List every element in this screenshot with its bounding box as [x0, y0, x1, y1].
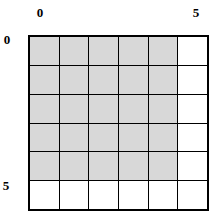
grid-cell-r2c1 — [60, 95, 89, 123]
row-index-label-start: 0 — [4, 33, 11, 46]
grid-cell-r0c5 — [178, 37, 207, 65]
grid-cell-r1c1 — [60, 66, 89, 94]
grid-cell-r2c2 — [89, 95, 118, 123]
grid-cell-r1c5 — [178, 66, 207, 94]
grid-cell-r4c5 — [178, 152, 207, 180]
grid-cell-r4c4 — [149, 152, 178, 180]
grid-cell-r5c0 — [30, 181, 59, 209]
grid-cell-r4c2 — [89, 152, 118, 180]
grid-cell-r1c0 — [30, 66, 59, 94]
grid-cell-r1c3 — [119, 66, 148, 94]
grid-cell-r2c5 — [178, 95, 207, 123]
grid-cell-r0c2 — [89, 37, 118, 65]
grid-cell-r5c2 — [89, 181, 118, 209]
col-index-label-start: 0 — [37, 6, 44, 19]
grid-cell-r0c4 — [149, 37, 178, 65]
grid-cell-r4c0 — [30, 152, 59, 180]
grid-cell-r5c1 — [60, 181, 89, 209]
grid-cell-r0c1 — [60, 37, 89, 65]
grid-cell-r1c2 — [89, 66, 118, 94]
grid-cell-r3c2 — [89, 124, 118, 152]
grid-cell-r3c1 — [60, 124, 89, 152]
grid-cell-r0c3 — [119, 37, 148, 65]
col-index-label-end: 5 — [193, 6, 200, 19]
grid-diagram: 0 5 0 5 — [0, 0, 215, 217]
grid-cell-r3c0 — [30, 124, 59, 152]
grid-cell-r3c4 — [149, 124, 178, 152]
grid-cell-r0c0 — [30, 37, 59, 65]
grid-cell-r4c1 — [60, 152, 89, 180]
grid-cell-r2c4 — [149, 95, 178, 123]
grid-cell-r4c3 — [119, 152, 148, 180]
grid-cell-r1c4 — [149, 66, 178, 94]
grid-cell-r5c5 — [178, 181, 207, 209]
grid-board — [28, 35, 209, 211]
grid-cell-r2c3 — [119, 95, 148, 123]
grid-cell-r5c3 — [119, 181, 148, 209]
grid-cell-r2c0 — [30, 95, 59, 123]
grid-cell-r3c3 — [119, 124, 148, 152]
grid-cell-r3c5 — [178, 124, 207, 152]
grid-cell-r5c4 — [149, 181, 178, 209]
row-index-label-end: 5 — [3, 179, 10, 192]
